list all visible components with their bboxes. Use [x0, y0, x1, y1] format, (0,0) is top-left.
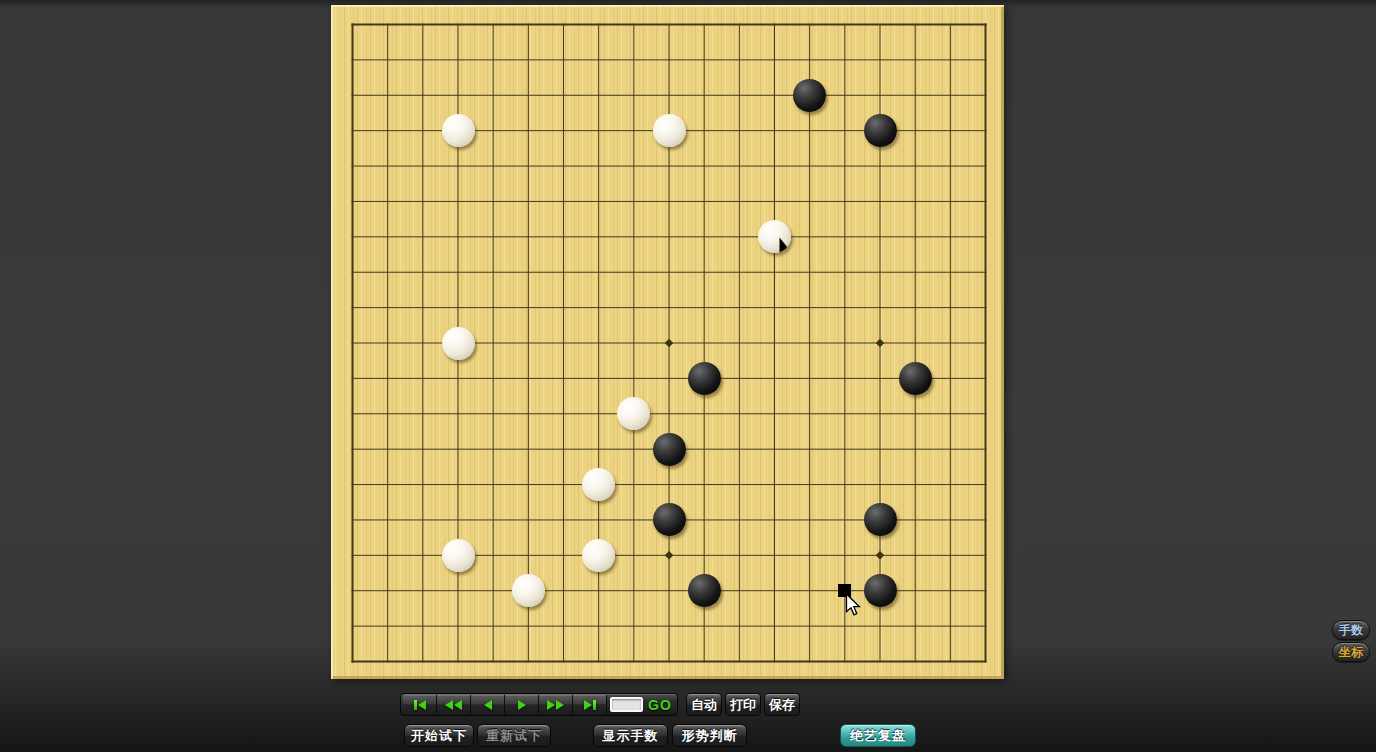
print-button[interactable]: 打印: [725, 693, 761, 716]
stone-white-D4: [442, 539, 475, 572]
jueyi-review-button[interactable]: 绝艺复盘: [840, 724, 916, 747]
double-left-icon: [445, 700, 462, 710]
nav-first-button[interactable]: [403, 695, 437, 714]
show-move-numbers-button[interactable]: 显示手数: [593, 724, 668, 747]
position-judgement-button[interactable]: 形势判断: [672, 724, 747, 747]
stone-black-Q3: [864, 574, 897, 607]
nav-fast-back-button[interactable]: [437, 695, 471, 714]
left-icon: [484, 700, 492, 710]
move-count-button[interactable]: 手数: [1332, 620, 1370, 640]
coordinates-button[interactable]: 坐标: [1332, 642, 1370, 662]
stone-black-K7: [653, 433, 686, 466]
go-button[interactable]: GO: [643, 697, 677, 713]
stone-white-K16: [653, 114, 686, 147]
start-trial-button[interactable]: 开始试下: [404, 724, 474, 747]
stone-white-N13: [758, 220, 791, 253]
move-number-input[interactable]: [610, 697, 643, 712]
stone-white-D16: [442, 114, 475, 147]
go-board[interactable]: [331, 5, 1004, 679]
stone-white-J8: [617, 397, 650, 430]
stone-black-L9: [688, 362, 721, 395]
auto-button[interactable]: 自动: [686, 693, 722, 716]
stone-black-Q5: [864, 503, 897, 536]
last-move-marker: [758, 220, 791, 253]
save-button[interactable]: 保存: [764, 693, 800, 716]
tool-button-row: 自动打印保存: [686, 693, 800, 716]
stone-black-K5: [653, 503, 686, 536]
nav-back-button[interactable]: [471, 695, 505, 714]
stone-black-Q16: [864, 114, 897, 147]
nav-fast-forward-button[interactable]: [539, 695, 573, 714]
stones-layer: [331, 5, 1004, 679]
stone-black-L3: [688, 574, 721, 607]
stone-black-O17: [793, 79, 826, 112]
stone-white-D10: [442, 327, 475, 360]
stone-white-H4: [582, 539, 615, 572]
stone-black-R9: [899, 362, 932, 395]
nav-last-button[interactable]: [573, 695, 607, 714]
right-icon: [518, 700, 526, 710]
stone-white-F3: [512, 574, 545, 607]
restart-trial-button[interactable]: 重新试下: [477, 724, 551, 747]
skip-to-end-icon: [584, 700, 596, 710]
stone-white-H6: [582, 468, 615, 501]
double-right-icon: [547, 700, 564, 710]
skip-to-start-icon: [414, 700, 426, 710]
mouse-pointer-icon: [845, 593, 863, 619]
nav-forward-button[interactable]: [505, 695, 539, 714]
navigation-bar: GO: [400, 693, 678, 716]
